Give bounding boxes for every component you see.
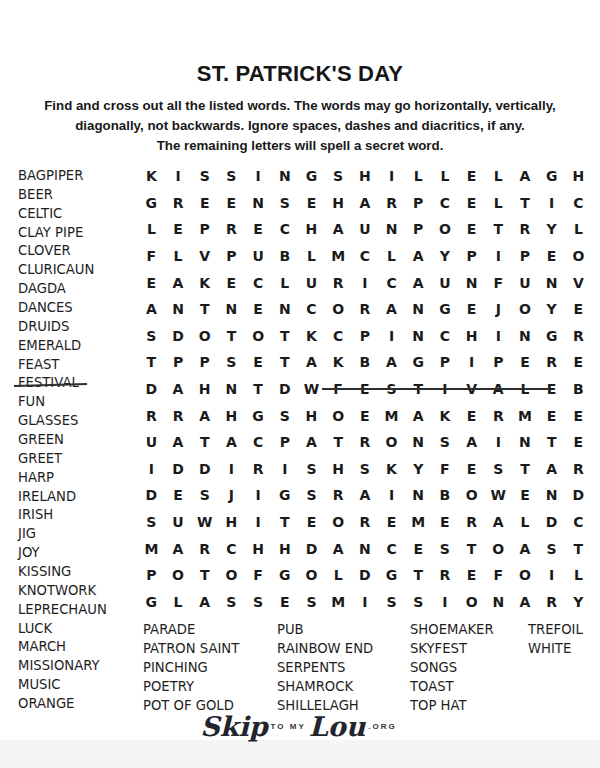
word-list-item[interactable]: EMERALD bbox=[18, 337, 107, 356]
grid-cell[interactable]: I bbox=[352, 589, 379, 616]
word-list-item[interactable]: CLURICAUN bbox=[18, 261, 107, 280]
grid-cell[interactable]: A bbox=[218, 429, 245, 456]
grid-cell[interactable]: P bbox=[405, 190, 432, 217]
grid-cell[interactable]: P bbox=[405, 216, 432, 243]
grid-cell[interactable]: C bbox=[378, 269, 405, 296]
grid-cell[interactable]: G bbox=[271, 482, 298, 509]
grid-cell[interactable]: D bbox=[538, 509, 565, 536]
grid-cell[interactable]: N bbox=[271, 163, 298, 190]
grid-cell[interactable]: Y bbox=[405, 456, 432, 483]
grid-cell[interactable]: A bbox=[405, 402, 432, 429]
grid-cell[interactable]: A bbox=[512, 589, 539, 616]
word-list-item[interactable]: SONGS bbox=[410, 658, 494, 677]
grid-cell[interactable]: A bbox=[165, 269, 192, 296]
grid-cell[interactable]: H bbox=[565, 163, 592, 190]
grid-cell[interactable]: E bbox=[245, 296, 272, 323]
grid-cell[interactable]: A bbox=[512, 535, 539, 562]
grid-cell[interactable]: B bbox=[271, 243, 298, 270]
grid-cell[interactable]: I bbox=[378, 323, 405, 350]
grid-cell[interactable]: A bbox=[191, 589, 218, 616]
grid-cell[interactable]: R bbox=[512, 216, 539, 243]
grid-cell[interactable]: F bbox=[432, 456, 459, 483]
word-list-item[interactable]: SHAMROCK bbox=[277, 677, 373, 696]
grid-cell[interactable]: T bbox=[191, 429, 218, 456]
grid-cell[interactable]: M bbox=[325, 243, 352, 270]
grid-cell[interactable]: L bbox=[432, 163, 459, 190]
grid-cell[interactable]: N bbox=[352, 535, 379, 562]
grid-cell[interactable]: K bbox=[432, 402, 459, 429]
grid-cell[interactable]: G bbox=[538, 163, 565, 190]
grid-cell[interactable]: U bbox=[245, 243, 272, 270]
grid-cell[interactable]: E bbox=[298, 509, 325, 536]
grid-cell[interactable]: P bbox=[485, 349, 512, 376]
grid-cell[interactable]: G bbox=[138, 190, 165, 217]
grid-cell[interactable]: D bbox=[352, 562, 379, 589]
grid-cell[interactable]: S bbox=[271, 190, 298, 217]
grid-cell[interactable]: I bbox=[245, 163, 272, 190]
grid-cell[interactable]: P bbox=[191, 349, 218, 376]
grid-cell[interactable]: T bbox=[565, 535, 592, 562]
grid-cell[interactable]: L bbox=[405, 163, 432, 190]
grid-cell[interactable]: I bbox=[485, 243, 512, 270]
grid-cell[interactable]: S bbox=[325, 163, 352, 190]
grid-cell[interactable]: J bbox=[485, 296, 512, 323]
grid-cell[interactable]: A bbox=[325, 535, 352, 562]
grid-cell[interactable]: C bbox=[432, 190, 459, 217]
grid-cell[interactable]: E bbox=[245, 216, 272, 243]
grid-cell[interactable]: N bbox=[405, 429, 432, 456]
grid-cell[interactable]: E bbox=[458, 296, 485, 323]
grid-cell[interactable]: P bbox=[165, 349, 192, 376]
grid-cell[interactable]: C bbox=[218, 535, 245, 562]
grid-cell[interactable]: R bbox=[352, 509, 379, 536]
grid-cell[interactable]: N bbox=[218, 376, 245, 403]
grid-cell[interactable]: D bbox=[191, 456, 218, 483]
grid-cell[interactable]: A bbox=[165, 535, 192, 562]
grid-cell[interactable]: U bbox=[298, 269, 325, 296]
grid-cell[interactable]: E bbox=[565, 349, 592, 376]
grid-cell[interactable]: E bbox=[565, 296, 592, 323]
word-list-item[interactable]: LEPRECHAUN bbox=[18, 601, 107, 620]
grid-cell[interactable]: F bbox=[245, 562, 272, 589]
grid-cell[interactable]: S bbox=[352, 456, 379, 483]
grid-cell[interactable]: P bbox=[432, 349, 459, 376]
grid-cell[interactable]: H bbox=[325, 190, 352, 217]
grid-cell[interactable]: U bbox=[352, 216, 379, 243]
grid-cell[interactable]: P bbox=[458, 243, 485, 270]
grid-cell[interactable]: D bbox=[138, 376, 165, 403]
grid-cell[interactable]: O bbox=[325, 296, 352, 323]
grid-cell[interactable]: V bbox=[191, 243, 218, 270]
grid-cell[interactable]: P bbox=[512, 243, 539, 270]
grid-cell[interactable]: H bbox=[271, 535, 298, 562]
grid-cell[interactable]: A bbox=[378, 349, 405, 376]
grid-cell[interactable]: R bbox=[432, 562, 459, 589]
grid-cell[interactable]: R bbox=[538, 349, 565, 376]
grid-cell[interactable]: S bbox=[298, 456, 325, 483]
grid-cell[interactable]: T bbox=[138, 349, 165, 376]
grid-cell[interactable]: L bbox=[165, 589, 192, 616]
grid-cell[interactable]: W bbox=[191, 509, 218, 536]
grid-cell[interactable]: E bbox=[458, 216, 485, 243]
grid-cell[interactable]: C bbox=[565, 190, 592, 217]
word-list-item[interactable]: CELTIC bbox=[18, 205, 107, 224]
grid-cell[interactable]: L bbox=[325, 562, 352, 589]
grid-cell[interactable]: J bbox=[218, 482, 245, 509]
grid-cell[interactable]: F bbox=[138, 243, 165, 270]
grid-cell[interactable]: Y bbox=[538, 296, 565, 323]
grid-cell[interactable]: H bbox=[218, 509, 245, 536]
grid-cell[interactable]: N bbox=[245, 190, 272, 217]
grid-cell[interactable]: P bbox=[138, 562, 165, 589]
grid-cell[interactable]: N bbox=[218, 296, 245, 323]
grid-cell[interactable]: C bbox=[565, 509, 592, 536]
grid-cell[interactable]: I bbox=[352, 269, 379, 296]
grid-cell[interactable]: R bbox=[325, 482, 352, 509]
grid-cell[interactable]: O bbox=[325, 402, 352, 429]
word-list-item[interactable]: SERPENTS bbox=[277, 658, 373, 677]
grid-cell[interactable]: N bbox=[512, 323, 539, 350]
grid-cell[interactable]: R bbox=[538, 589, 565, 616]
grid-cell[interactable]: I bbox=[458, 349, 485, 376]
grid-cell[interactable]: D bbox=[138, 482, 165, 509]
grid-cell[interactable]: A bbox=[405, 269, 432, 296]
grid-cell[interactable]: M bbox=[512, 402, 539, 429]
grid-cell[interactable]: Y bbox=[432, 243, 459, 270]
grid-cell[interactable]: H bbox=[245, 535, 272, 562]
grid-cell[interactable]: E bbox=[458, 456, 485, 483]
grid-cell[interactable]: E bbox=[245, 349, 272, 376]
grid-cell[interactable]: E bbox=[538, 243, 565, 270]
grid-cell[interactable]: I bbox=[218, 456, 245, 483]
grid-cell[interactable]: E bbox=[458, 562, 485, 589]
grid-cell[interactable]: S bbox=[191, 163, 218, 190]
grid-cell[interactable]: G bbox=[538, 323, 565, 350]
grid-cell[interactable]: G bbox=[245, 402, 272, 429]
word-list-item[interactable]: JIG bbox=[18, 525, 107, 544]
grid-cell[interactable]: K bbox=[378, 456, 405, 483]
grid-cell[interactable]: S bbox=[538, 535, 565, 562]
grid-cell[interactable]: T bbox=[512, 190, 539, 217]
grid-cell[interactable]: O bbox=[378, 429, 405, 456]
grid-cell[interactable]: E bbox=[138, 269, 165, 296]
grid-cell[interactable]: C bbox=[298, 296, 325, 323]
grid-cell[interactable]: A bbox=[138, 296, 165, 323]
grid-cell[interactable]: I bbox=[245, 509, 272, 536]
grid-cell[interactable]: O bbox=[485, 535, 512, 562]
grid-cell[interactable]: B bbox=[352, 349, 379, 376]
grid-cell[interactable]: K bbox=[191, 269, 218, 296]
grid-cell[interactable]: C bbox=[352, 243, 379, 270]
grid-cell[interactable]: T bbox=[458, 535, 485, 562]
grid-cell[interactable]: O bbox=[325, 509, 352, 536]
grid-cell[interactable]: K bbox=[325, 349, 352, 376]
word-list-item[interactable]: CLOVER bbox=[18, 242, 107, 261]
grid-cell[interactable]: A bbox=[165, 376, 192, 403]
grid-cell[interactable]: T bbox=[191, 296, 218, 323]
grid-cell[interactable]: E bbox=[378, 509, 405, 536]
grid-cell[interactable]: E bbox=[512, 349, 539, 376]
grid-cell[interactable]: R bbox=[165, 190, 192, 217]
grid-cell[interactable]: G bbox=[298, 163, 325, 190]
grid-cell[interactable]: E bbox=[352, 402, 379, 429]
grid-cell[interactable]: K bbox=[138, 163, 165, 190]
grid-cell[interactable]: N bbox=[165, 296, 192, 323]
grid-cell[interactable]: C bbox=[378, 535, 405, 562]
grid-cell[interactable]: S bbox=[218, 349, 245, 376]
grid-cell[interactable]: I bbox=[538, 190, 565, 217]
word-list-item[interactable]: FESTIVAL bbox=[18, 374, 107, 393]
grid-cell[interactable]: E bbox=[271, 589, 298, 616]
grid-cell[interactable]: A bbox=[325, 216, 352, 243]
grid-cell[interactable]: N bbox=[378, 216, 405, 243]
grid-cell[interactable]: N bbox=[271, 296, 298, 323]
grid-cell[interactable]: C bbox=[245, 269, 272, 296]
grid-cell[interactable]: N bbox=[405, 323, 432, 350]
grid-cell[interactable]: C bbox=[432, 323, 459, 350]
grid-cell[interactable]: P bbox=[271, 429, 298, 456]
grid-cell[interactable]: O bbox=[512, 296, 539, 323]
grid-cell[interactable]: P bbox=[352, 323, 379, 350]
grid-cell[interactable]: G bbox=[405, 349, 432, 376]
grid-cell[interactable]: O bbox=[298, 562, 325, 589]
grid-cell[interactable]: P bbox=[218, 243, 245, 270]
word-list-item[interactable]: GLASSES bbox=[18, 412, 107, 431]
grid-cell[interactable]: A bbox=[512, 163, 539, 190]
grid-cell[interactable]: F bbox=[485, 269, 512, 296]
grid-cell[interactable]: O bbox=[245, 323, 272, 350]
grid-cell[interactable]: R bbox=[565, 323, 592, 350]
grid-cell[interactable]: R bbox=[165, 402, 192, 429]
word-list-item[interactable]: PUB bbox=[277, 620, 373, 639]
grid-cell[interactable]: O bbox=[432, 216, 459, 243]
grid-cell[interactable]: E bbox=[565, 429, 592, 456]
grid-cell[interactable]: E bbox=[191, 190, 218, 217]
grid-cell[interactable]: O bbox=[165, 562, 192, 589]
grid-cell[interactable]: O bbox=[512, 562, 539, 589]
grid-cell[interactable]: M bbox=[378, 402, 405, 429]
grid-cell[interactable]: S bbox=[432, 535, 459, 562]
grid-cell[interactable]: H bbox=[352, 163, 379, 190]
grid-cell[interactable]: I bbox=[378, 163, 405, 190]
word-list-item[interactable]: KNOTWORK bbox=[18, 582, 107, 601]
grid-cell[interactable]: B bbox=[432, 482, 459, 509]
grid-cell[interactable]: I bbox=[485, 429, 512, 456]
word-list-item[interactable]: POETRY bbox=[143, 677, 239, 696]
grid-cell[interactable]: H bbox=[325, 456, 352, 483]
grid-cell[interactable]: H bbox=[298, 402, 325, 429]
grid-cell[interactable]: R bbox=[352, 429, 379, 456]
grid-cell[interactable]: R bbox=[565, 456, 592, 483]
grid-cell[interactable]: Y bbox=[565, 589, 592, 616]
grid-cell[interactable]: U bbox=[138, 429, 165, 456]
grid-cell[interactable]: R bbox=[352, 296, 379, 323]
grid-cell[interactable]: L bbox=[485, 190, 512, 217]
grid-cell[interactable]: O bbox=[218, 562, 245, 589]
grid-cell[interactable]: T bbox=[218, 323, 245, 350]
grid-cell[interactable]: E bbox=[405, 535, 432, 562]
word-list-item[interactable]: SKYFEST bbox=[410, 639, 494, 658]
grid-cell[interactable]: A bbox=[165, 429, 192, 456]
word-list-item[interactable]: SHOEMAKER bbox=[410, 620, 494, 639]
word-list-item[interactable]: IRELAND bbox=[18, 488, 107, 507]
grid-cell[interactable]: A bbox=[352, 482, 379, 509]
grid-cell[interactable]: E bbox=[538, 402, 565, 429]
grid-cell[interactable]: S bbox=[405, 589, 432, 616]
grid-cell[interactable]: A bbox=[485, 509, 512, 536]
grid-cell[interactable]: E bbox=[298, 190, 325, 217]
grid-cell[interactable]: N bbox=[405, 482, 432, 509]
grid-cell[interactable]: R bbox=[138, 402, 165, 429]
grid-cell[interactable]: E bbox=[458, 163, 485, 190]
word-list-item[interactable]: HARP bbox=[18, 469, 107, 488]
grid-cell[interactable]: R bbox=[458, 509, 485, 536]
grid-cell[interactable]: H bbox=[298, 216, 325, 243]
grid-cell[interactable]: I bbox=[432, 589, 459, 616]
grid-cell[interactable]: A bbox=[405, 243, 432, 270]
grid-cell[interactable]: T bbox=[271, 509, 298, 536]
grid-cell[interactable]: H bbox=[191, 376, 218, 403]
grid-cell[interactable]: C bbox=[271, 216, 298, 243]
grid-cell[interactable]: E bbox=[165, 482, 192, 509]
word-list-item[interactable]: TREFOIL bbox=[528, 620, 583, 639]
grid-cell[interactable]: S bbox=[138, 509, 165, 536]
grid-cell[interactable]: N bbox=[458, 269, 485, 296]
grid-cell[interactable]: I bbox=[538, 562, 565, 589]
word-list-item[interactable]: FEAST bbox=[18, 356, 107, 375]
grid-cell[interactable]: D bbox=[165, 456, 192, 483]
grid-cell[interactable]: S bbox=[485, 456, 512, 483]
grid-cell[interactable]: E bbox=[165, 216, 192, 243]
grid-cell[interactable]: R bbox=[485, 402, 512, 429]
grid-cell[interactable]: F bbox=[485, 562, 512, 589]
word-list-item[interactable]: BEER bbox=[18, 186, 107, 205]
grid-cell[interactable]: U bbox=[165, 509, 192, 536]
grid-cell[interactable]: N bbox=[538, 482, 565, 509]
grid-cell[interactable]: D bbox=[565, 482, 592, 509]
grid-cell[interactable]: W bbox=[298, 376, 325, 403]
grid-cell[interactable]: C bbox=[245, 429, 272, 456]
grid-cell[interactable]: C bbox=[325, 323, 352, 350]
grid-cell[interactable]: T bbox=[485, 216, 512, 243]
grid-cell[interactable]: L bbox=[138, 216, 165, 243]
grid-cell[interactable]: E bbox=[218, 269, 245, 296]
word-list-item[interactable]: GREET bbox=[18, 450, 107, 469]
grid-cell[interactable]: L bbox=[565, 216, 592, 243]
word-list-item[interactable]: PINCHING bbox=[143, 658, 239, 677]
grid-cell[interactable]: H bbox=[218, 402, 245, 429]
grid-cell[interactable]: I bbox=[271, 456, 298, 483]
grid-cell[interactable]: H bbox=[458, 323, 485, 350]
grid-cell[interactable]: I bbox=[485, 323, 512, 350]
grid-cell[interactable]: N bbox=[405, 296, 432, 323]
grid-cell[interactable]: T bbox=[191, 562, 218, 589]
grid-cell[interactable]: S bbox=[298, 482, 325, 509]
grid-cell[interactable]: S bbox=[138, 323, 165, 350]
word-list-item[interactable]: PATRON SAINT bbox=[143, 639, 239, 658]
grid-cell[interactable]: I bbox=[378, 482, 405, 509]
grid-cell[interactable]: A bbox=[298, 349, 325, 376]
word-list-item[interactable]: TOAST bbox=[410, 677, 494, 696]
word-list-item[interactable]: DRUIDS bbox=[18, 318, 107, 337]
grid-cell[interactable]: O bbox=[191, 323, 218, 350]
grid-cell[interactable]: E bbox=[512, 482, 539, 509]
grid-cell[interactable]: T bbox=[271, 349, 298, 376]
grid-cell[interactable]: S bbox=[245, 589, 272, 616]
grid-cell[interactable]: S bbox=[191, 482, 218, 509]
word-list-item[interactable]: BAGPIPER bbox=[18, 167, 107, 186]
grid-cell[interactable]: S bbox=[432, 429, 459, 456]
grid-cell[interactable]: I bbox=[138, 456, 165, 483]
grid-cell[interactable]: G bbox=[432, 296, 459, 323]
grid-cell[interactable]: L bbox=[271, 269, 298, 296]
word-list-item[interactable]: CLAY PIPE bbox=[18, 224, 107, 243]
word-list-item[interactable]: DANCES bbox=[18, 299, 107, 318]
grid-cell[interactable]: O bbox=[458, 482, 485, 509]
grid-cell[interactable]: T bbox=[325, 429, 352, 456]
grid-cell[interactable]: G bbox=[138, 589, 165, 616]
grid-cell[interactable]: A bbox=[191, 402, 218, 429]
grid-cell[interactable]: G bbox=[271, 562, 298, 589]
word-list-item[interactable]: KISSING bbox=[18, 563, 107, 582]
grid-cell[interactable]: K bbox=[298, 323, 325, 350]
grid-cell[interactable]: M bbox=[325, 589, 352, 616]
grid-cell[interactable]: A bbox=[538, 456, 565, 483]
grid-cell[interactable]: T bbox=[538, 429, 565, 456]
grid-cell[interactable]: N bbox=[512, 429, 539, 456]
grid-cell[interactable]: T bbox=[405, 562, 432, 589]
grid-cell[interactable]: E bbox=[458, 190, 485, 217]
grid-cell[interactable]: L bbox=[298, 243, 325, 270]
grid-cell[interactable]: Y bbox=[538, 216, 565, 243]
grid-cell[interactable]: E bbox=[458, 402, 485, 429]
word-list-item[interactable]: IRISH bbox=[18, 506, 107, 525]
grid-cell[interactable]: G bbox=[378, 562, 405, 589]
grid-cell[interactable]: T bbox=[245, 376, 272, 403]
grid-cell[interactable]: L bbox=[165, 243, 192, 270]
grid-cell[interactable]: S bbox=[298, 589, 325, 616]
grid-cell[interactable]: D bbox=[298, 535, 325, 562]
grid-cell[interactable]: L bbox=[565, 562, 592, 589]
grid-cell[interactable]: R bbox=[245, 456, 272, 483]
grid-cell[interactable]: D bbox=[271, 376, 298, 403]
grid-cell[interactable]: R bbox=[325, 269, 352, 296]
grid-cell[interactable]: O bbox=[458, 589, 485, 616]
grid-cell[interactable]: I bbox=[245, 482, 272, 509]
grid-cell[interactable]: D bbox=[165, 323, 192, 350]
word-list-item[interactable]: FUN bbox=[18, 393, 107, 412]
grid-cell[interactable]: O bbox=[565, 243, 592, 270]
grid-cell[interactable]: L bbox=[512, 509, 539, 536]
grid-cell[interactable]: B bbox=[565, 376, 592, 403]
grid-cell[interactable]: V bbox=[565, 269, 592, 296]
word-list-item[interactable]: PARADE bbox=[143, 620, 239, 639]
grid-cell[interactable]: T bbox=[271, 323, 298, 350]
grid-cell[interactable]: S bbox=[378, 589, 405, 616]
grid-cell[interactable]: R bbox=[218, 216, 245, 243]
grid-cell[interactable]: U bbox=[512, 269, 539, 296]
grid-cell[interactable]: N bbox=[538, 269, 565, 296]
grid-cell[interactable]: S bbox=[218, 589, 245, 616]
word-list-item[interactable]: RAINBOW END bbox=[277, 639, 373, 658]
grid-cell[interactable]: E bbox=[432, 509, 459, 536]
grid-cell[interactable]: N bbox=[485, 589, 512, 616]
word-list-item[interactable]: WHITE bbox=[528, 639, 583, 658]
grid-cell[interactable]: A bbox=[352, 190, 379, 217]
grid-cell[interactable]: E bbox=[565, 402, 592, 429]
word-list-item[interactable]: DAGDA bbox=[18, 280, 107, 299]
grid-cell[interactable]: S bbox=[271, 402, 298, 429]
